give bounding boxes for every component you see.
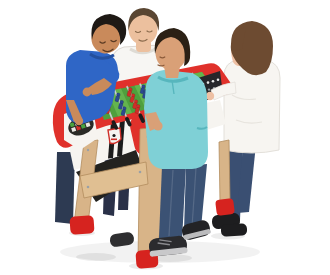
boy-left-hand-right [83,88,92,97]
scene [0,0,330,275]
boy-left-jeans [55,152,75,224]
girl-shoes [211,212,247,237]
side-panel-badge [108,128,121,144]
boy-left-hand-left [75,117,83,125]
boy-front-hand [153,121,162,130]
product-photo [0,0,330,275]
girl-hand [206,92,214,100]
right-end-leg [219,140,230,202]
